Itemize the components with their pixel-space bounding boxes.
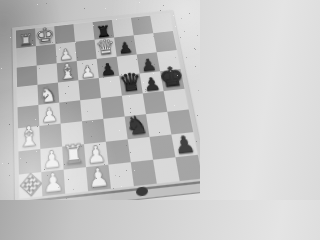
square-h2: ♟ [171,132,197,157]
square-d4 [80,98,103,121]
square-a8: ♜ [16,28,36,48]
square-b6 [37,63,58,85]
square-h6 [157,50,181,71]
square-b7 [36,44,57,65]
checkered-diamond-marker-icon [21,175,41,196]
square-e5 [99,76,122,98]
piece-white-knight-b5: ♞ [38,83,59,105]
square-h7 [153,31,176,52]
square-c7: ♟ [55,42,76,63]
square-a7 [16,46,36,67]
square-a6 [17,65,38,87]
square-h1 [175,155,200,182]
square-e8: ♜ [93,20,115,40]
square-c4 [59,100,82,124]
square-h3 [167,110,193,134]
piece-black-pawn-h2: ♟ [173,133,197,157]
square-d2: ♟ [84,141,108,167]
square-c6: ♝ [57,61,79,83]
square-e2 [106,139,131,165]
square-b1: ♟ [41,169,65,196]
square-c5 [58,80,80,103]
square-a3: ♝ [18,126,40,151]
piece-white-bishop-c6: ♝ [57,61,78,82]
square-a2 [18,148,41,174]
film-grain [0,0,1,1]
square-d1: ♟ [86,164,111,191]
square-e7: ♛ [95,38,117,59]
square-d3 [82,119,106,144]
square-b4: ♟ [38,103,60,127]
square-a1 [19,172,42,199]
square-c1 [64,167,88,194]
square-h4 [164,89,189,112]
piece-white-bishop-a3: ♝ [17,123,42,151]
square-e6: ♟ [97,56,120,78]
square-b2: ♟ [40,146,63,172]
square-h8 [150,14,173,34]
square-e4 [101,96,125,119]
square-d6: ♟ [77,58,99,80]
chess-board: ♜♚♜♟♛♟♝♟♟♟♞♛♟♚♟♝♞♟♜♟♟♟♟ [12,10,200,200]
piece-white-queen-e7: ♛ [95,38,117,59]
square-c8 [54,24,75,44]
square-b5: ♞ [38,82,60,105]
chessboard-photo: ♜♚♜♟♛♟♝♟♟♟♞♛♟♚♟♝♞♟♜♟♟♟♟ [0,0,200,200]
square-c3 [61,121,84,146]
piece-white-pawn-d2: ♟ [85,143,107,167]
piece-white-pawn-b4: ♟ [40,106,59,126]
square-d7 [75,40,97,61]
board-squares: ♜♚♜♟♛♟♝♟♟♟♞♛♟♚♟♝♞♟♜♟♟♟♟ [16,14,200,199]
square-c2: ♜ [62,144,86,170]
piece-white-king-b8: ♚ [35,26,56,47]
square-a4 [18,105,40,129]
square-e3 [103,117,127,141]
square-b8: ♚ [35,26,55,46]
square-e1 [108,162,134,189]
square-d5 [78,78,101,101]
square-a5 [17,85,38,108]
piece-white-pawn-d1: ♟ [87,165,111,191]
square-f8 [112,18,134,38]
square-h5: ♚ [160,69,184,91]
piece-white-rook-c2: ♜ [62,142,87,169]
piece-white-pawn-b2: ♟ [41,148,62,172]
square-d8 [73,22,94,42]
piece-black-pawn-g5: ♟ [142,75,161,93]
piece-white-pawn-b1: ♟ [42,170,65,196]
square-b3 [39,124,62,149]
